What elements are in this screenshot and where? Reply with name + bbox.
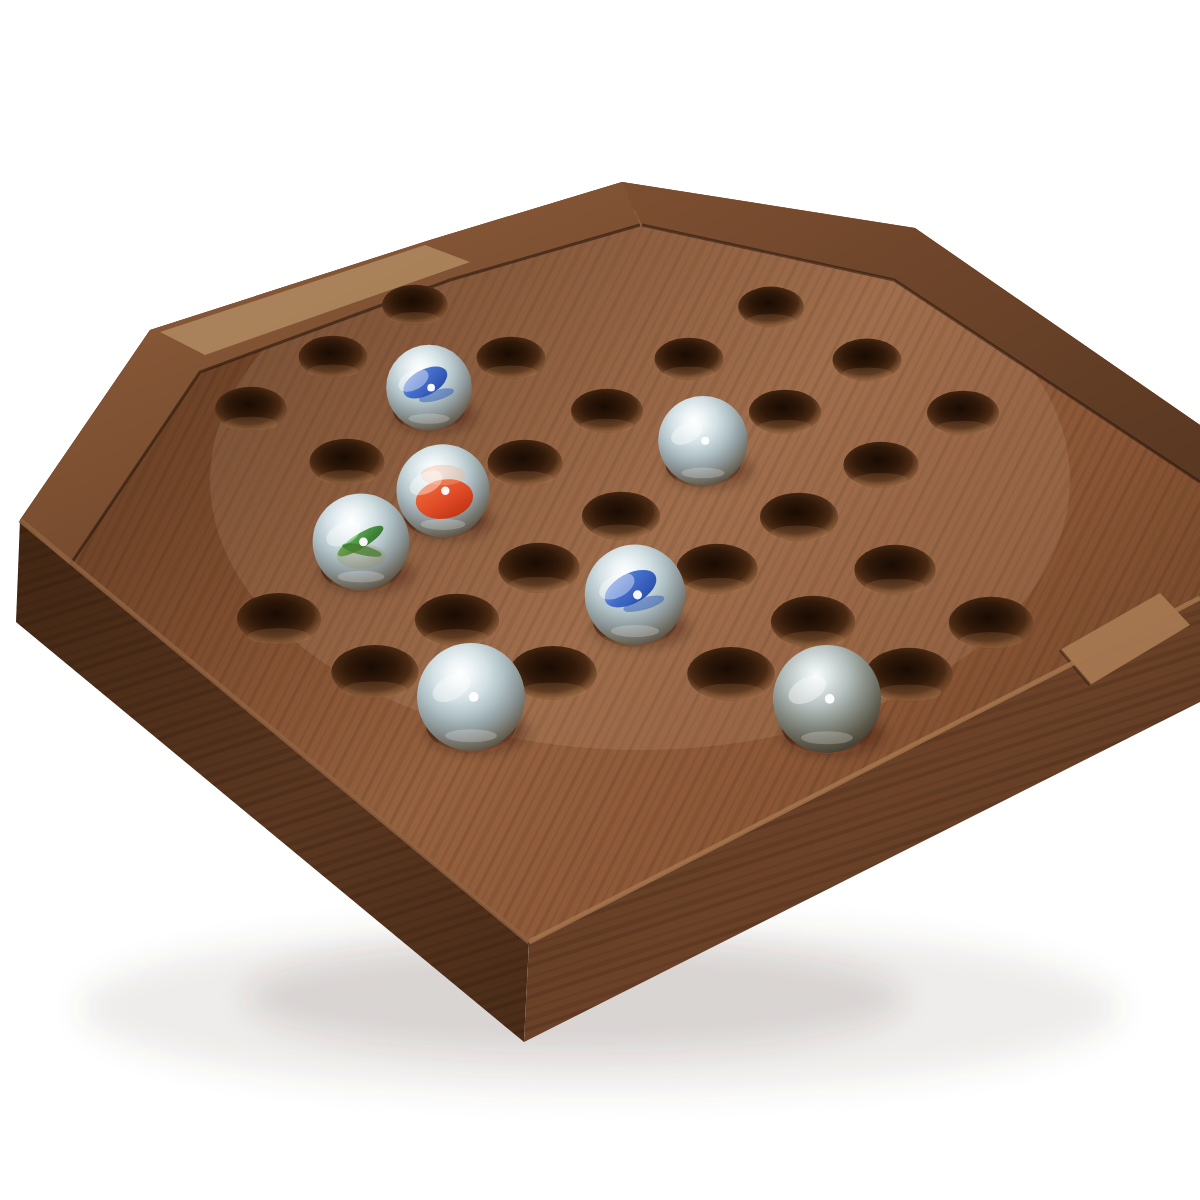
hole-rim-light [758,420,811,434]
hole-rim-light [960,632,1022,648]
hole-rim-light [486,365,537,378]
hole-rim-light [509,577,569,592]
marble-bottom-reflection [445,729,497,742]
marble-highlight-dot [469,692,479,702]
hole-rim-light [319,470,374,484]
marble-highlight-dot [701,437,709,445]
marble-highlight-dot [359,537,368,546]
hole-rim-light [770,525,828,540]
hole-rim-light [343,681,408,698]
hole-rim-light [664,366,715,379]
marble-highlight-dot [633,590,642,599]
marble-bottom-reflection [338,571,384,583]
hole-rim-light [687,578,747,594]
hole-rim-light [497,471,552,485]
hole-rim-light [308,364,359,377]
hole-rim-light [936,421,989,435]
hole-rim-light [699,683,764,700]
hole-rim-light [853,473,909,487]
green-amber-tint [337,544,385,569]
hole-rim-light [865,579,925,595]
marble-solitaire-scene [0,0,1200,1200]
hole-rim-light [782,631,844,647]
hole-rim-light [592,524,650,539]
marble-bottom-reflection [682,468,725,479]
hole-rim-light [747,314,796,327]
hole-rim-light [521,682,586,699]
marble-highlight-dot [427,384,435,392]
marble-bottom-reflection [408,413,449,423]
hole-rim-light [391,312,440,325]
marble-highlight-dot [441,487,449,495]
marble-bottom-reflection [421,519,466,530]
marble-bottom-reflection [801,731,853,744]
hole-rim-light [426,629,488,645]
product-photo [0,0,1200,1200]
hole-rim-light [877,684,942,701]
hole-rim-light [248,628,310,644]
marble-highlight-dot [825,694,835,704]
marble-bottom-reflection [611,625,659,637]
hole-rim-light [842,367,893,380]
hole-rim-light [224,417,277,431]
hole-rim-light [580,419,633,433]
